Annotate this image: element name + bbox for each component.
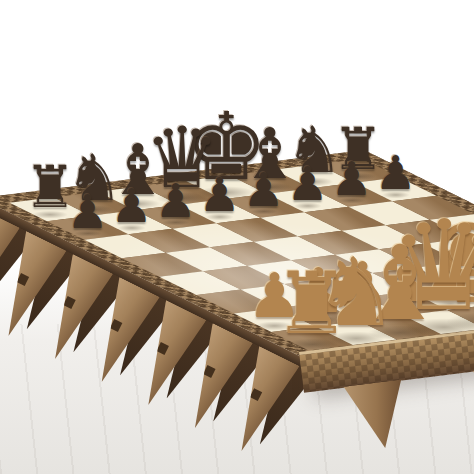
dark-pawn-icon: ♟ — [243, 166, 285, 213]
dark-pawn-icon: ♟ — [331, 155, 373, 202]
light-rook-icon: ♜ — [274, 260, 351, 346]
scene: ♜♞♝♛♚♝♞♜♟♟♟♟♟♟♟♟♟♟♟♟♟♟♟♟♜♞♝♛♚♝♞♜ — [0, 0, 474, 474]
dark-pawn-icon: ♟ — [375, 150, 417, 197]
pieces-layer: ♜♞♝♛♚♝♞♜♟♟♟♟♟♟♟♟♟♟♟♟♟♟♟♟♜♞♝♛♚♝♞♜ — [0, 0, 474, 474]
piece-dark-pawn[interactable]: ♟ — [199, 172, 241, 219]
piece-dark-pawn[interactable]: ♟ — [243, 166, 285, 213]
dark-pawn-icon: ♟ — [287, 161, 329, 208]
piece-dark-pawn[interactable]: ♟ — [287, 161, 329, 208]
piece-dark-pawn[interactable]: ♟ — [375, 150, 417, 197]
piece-dark-pawn[interactable]: ♟ — [111, 183, 153, 230]
dark-pawn-icon: ♟ — [111, 183, 153, 230]
piece-dark-pawn[interactable]: ♟ — [67, 188, 109, 235]
dark-pawn-icon: ♟ — [199, 172, 241, 219]
piece-dark-pawn[interactable]: ♟ — [331, 155, 373, 202]
dark-pawn-icon: ♟ — [67, 188, 109, 235]
piece-light-rook[interactable]: ♜ — [274, 260, 351, 346]
piece-dark-pawn[interactable]: ♟ — [155, 177, 197, 224]
dark-pawn-icon: ♟ — [155, 177, 197, 224]
